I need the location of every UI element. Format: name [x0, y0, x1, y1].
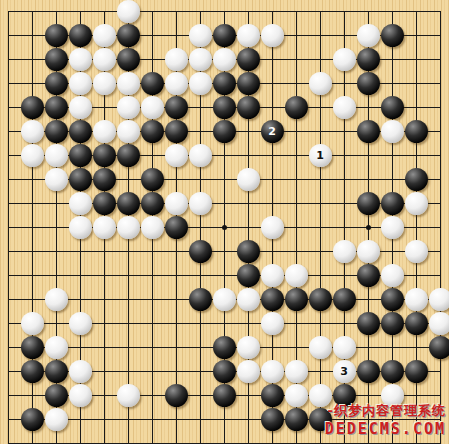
board-intersection[interactable]	[44, 215, 68, 239]
board-intersection[interactable]	[404, 311, 428, 335]
board-intersection[interactable]	[92, 215, 116, 239]
board-intersection[interactable]	[140, 119, 164, 143]
board-intersection[interactable]	[356, 335, 380, 359]
board-intersection[interactable]	[356, 215, 380, 239]
board-intersection[interactable]	[212, 23, 236, 47]
board-intersection[interactable]	[260, 71, 284, 95]
board-intersection[interactable]	[404, 407, 428, 431]
board-intersection[interactable]	[404, 143, 428, 167]
board-intersection[interactable]	[164, 119, 188, 143]
board-intersection[interactable]	[284, 359, 308, 383]
board-intersection[interactable]	[116, 23, 140, 47]
board-intersection[interactable]	[44, 431, 68, 444]
board-intersection[interactable]	[20, 215, 44, 239]
board-intersection[interactable]	[140, 311, 164, 335]
board-intersection[interactable]	[44, 359, 68, 383]
board-intersection[interactable]	[284, 23, 308, 47]
board-intersection[interactable]	[404, 239, 428, 263]
board-intersection[interactable]	[332, 335, 356, 359]
board-intersection[interactable]	[356, 407, 380, 431]
board-intersection[interactable]	[20, 239, 44, 263]
board-intersection[interactable]	[140, 287, 164, 311]
board-intersection[interactable]	[380, 383, 404, 407]
board-intersection[interactable]	[92, 23, 116, 47]
board-intersection[interactable]	[380, 239, 404, 263]
board-intersection[interactable]	[236, 263, 260, 287]
board-intersection[interactable]	[260, 311, 284, 335]
board-intersection[interactable]	[164, 431, 188, 444]
board-intersection[interactable]	[284, 119, 308, 143]
board-intersection[interactable]	[92, 383, 116, 407]
board-intersection[interactable]	[44, 191, 68, 215]
board-intersection[interactable]	[308, 407, 332, 431]
board-intersection[interactable]	[260, 239, 284, 263]
board-intersection[interactable]	[380, 23, 404, 47]
board-intersection[interactable]	[68, 119, 92, 143]
board-intersection[interactable]	[116, 119, 140, 143]
board-intersection[interactable]	[116, 95, 140, 119]
board-intersection[interactable]	[164, 263, 188, 287]
board-intersection[interactable]	[332, 71, 356, 95]
board-intersection[interactable]	[236, 119, 260, 143]
board-intersection[interactable]	[404, 23, 428, 47]
board-intersection[interactable]	[92, 311, 116, 335]
board-intersection[interactable]	[140, 383, 164, 407]
board-intersection[interactable]	[140, 23, 164, 47]
board-intersection[interactable]	[164, 359, 188, 383]
board-intersection[interactable]	[380, 0, 404, 23]
board-intersection[interactable]	[164, 71, 188, 95]
board-intersection[interactable]	[356, 383, 380, 407]
board-intersection[interactable]	[212, 383, 236, 407]
board-intersection[interactable]	[164, 167, 188, 191]
board-intersection[interactable]	[428, 407, 449, 431]
board-intersection[interactable]	[332, 287, 356, 311]
board-intersection[interactable]	[356, 167, 380, 191]
board-intersection[interactable]	[188, 95, 212, 119]
board-intersection[interactable]	[0, 47, 20, 71]
board-intersection[interactable]	[92, 95, 116, 119]
board-intersection[interactable]	[428, 263, 449, 287]
board-intersection[interactable]	[236, 71, 260, 95]
board-intersection[interactable]	[20, 191, 44, 215]
board-intersection[interactable]	[428, 95, 449, 119]
board-intersection[interactable]	[68, 287, 92, 311]
board-intersection[interactable]	[284, 47, 308, 71]
board-intersection[interactable]	[188, 287, 212, 311]
board-intersection[interactable]	[116, 239, 140, 263]
board-intersection[interactable]	[332, 311, 356, 335]
board-intersection[interactable]	[0, 0, 20, 23]
board-intersection[interactable]	[428, 0, 449, 23]
board-intersection[interactable]	[212, 335, 236, 359]
board-intersection[interactable]	[308, 95, 332, 119]
board-intersection[interactable]	[164, 23, 188, 47]
board-intersection[interactable]	[44, 407, 68, 431]
board-intersection[interactable]	[260, 215, 284, 239]
board-intersection[interactable]	[236, 0, 260, 23]
board-intersection[interactable]	[356, 359, 380, 383]
board-intersection[interactable]	[284, 431, 308, 444]
board-intersection[interactable]	[212, 143, 236, 167]
board-intersection[interactable]	[428, 167, 449, 191]
board-intersection[interactable]	[188, 383, 212, 407]
board-intersection[interactable]	[260, 23, 284, 47]
board-intersection[interactable]	[284, 95, 308, 119]
board-intersection[interactable]	[332, 119, 356, 143]
board-intersection[interactable]	[284, 143, 308, 167]
board-intersection[interactable]	[188, 119, 212, 143]
board-intersection[interactable]	[212, 215, 236, 239]
board-intersection[interactable]	[188, 71, 212, 95]
board-intersection[interactable]	[116, 0, 140, 23]
board-intersection[interactable]	[0, 167, 20, 191]
board-intersection[interactable]	[0, 215, 20, 239]
board-intersection[interactable]	[212, 119, 236, 143]
board-intersection[interactable]	[164, 407, 188, 431]
board-intersection[interactable]	[68, 215, 92, 239]
board-intersection[interactable]	[92, 167, 116, 191]
board-intersection[interactable]	[284, 287, 308, 311]
board-intersection[interactable]	[212, 431, 236, 444]
board-intersection[interactable]	[188, 311, 212, 335]
board-intersection[interactable]	[428, 335, 449, 359]
board-intersection[interactable]	[188, 431, 212, 444]
board-intersection[interactable]	[356, 95, 380, 119]
board-intersection[interactable]	[92, 335, 116, 359]
board-intersection[interactable]	[68, 407, 92, 431]
board-intersection[interactable]	[0, 311, 20, 335]
board-intersection[interactable]	[116, 47, 140, 71]
board-intersection[interactable]	[428, 191, 449, 215]
board-intersection[interactable]	[356, 239, 380, 263]
board-intersection[interactable]	[212, 407, 236, 431]
board-intersection[interactable]	[164, 335, 188, 359]
board-intersection[interactable]	[92, 71, 116, 95]
board-intersection[interactable]	[92, 47, 116, 71]
board-intersection[interactable]	[116, 383, 140, 407]
board-intersection[interactable]	[0, 263, 20, 287]
board-intersection[interactable]	[140, 167, 164, 191]
board-intersection[interactable]	[404, 95, 428, 119]
board-intersection[interactable]	[164, 383, 188, 407]
board-intersection[interactable]	[404, 335, 428, 359]
board-intersection[interactable]	[284, 167, 308, 191]
board-intersection[interactable]	[0, 143, 20, 167]
board-intersection[interactable]	[68, 239, 92, 263]
board-intersection[interactable]	[92, 143, 116, 167]
board-intersection[interactable]	[92, 239, 116, 263]
board-intersection[interactable]	[164, 191, 188, 215]
board-intersection[interactable]	[164, 239, 188, 263]
board-intersection[interactable]	[260, 0, 284, 23]
board-intersection[interactable]	[212, 95, 236, 119]
board-intersection[interactable]	[356, 0, 380, 23]
board-intersection[interactable]	[20, 23, 44, 47]
board-intersection[interactable]	[0, 23, 20, 47]
board-intersection[interactable]	[188, 263, 212, 287]
board-intersection[interactable]	[308, 71, 332, 95]
board-intersection[interactable]	[404, 167, 428, 191]
board-intersection[interactable]	[20, 263, 44, 287]
board-intersection[interactable]	[44, 287, 68, 311]
board-intersection[interactable]	[356, 191, 380, 215]
board-intersection[interactable]	[332, 191, 356, 215]
board-intersection[interactable]	[236, 407, 260, 431]
board-intersection[interactable]	[236, 431, 260, 444]
board-intersection[interactable]	[308, 119, 332, 143]
board-intersection[interactable]	[380, 431, 404, 444]
board-intersection[interactable]	[380, 287, 404, 311]
board-intersection[interactable]	[332, 95, 356, 119]
board-intersection[interactable]	[164, 143, 188, 167]
board-intersection[interactable]	[164, 0, 188, 23]
board-intersection[interactable]	[44, 311, 68, 335]
board-intersection[interactable]	[44, 119, 68, 143]
board-intersection[interactable]	[428, 383, 449, 407]
board-intersection[interactable]	[380, 47, 404, 71]
board-intersection[interactable]	[236, 359, 260, 383]
board-intersection[interactable]	[164, 215, 188, 239]
board-intersection[interactable]	[44, 143, 68, 167]
board-intersection[interactable]	[260, 407, 284, 431]
board-intersection[interactable]	[68, 47, 92, 71]
board-intersection[interactable]	[380, 143, 404, 167]
board-intersection[interactable]	[332, 407, 356, 431]
board-intersection[interactable]	[404, 119, 428, 143]
board-intersection[interactable]	[308, 263, 332, 287]
board-intersection[interactable]	[20, 119, 44, 143]
board-intersection[interactable]	[260, 143, 284, 167]
board-intersection[interactable]	[188, 215, 212, 239]
board-intersection[interactable]	[260, 431, 284, 444]
board-intersection[interactable]	[308, 431, 332, 444]
board-intersection[interactable]	[20, 95, 44, 119]
board-intersection[interactable]	[188, 359, 212, 383]
board-intersection[interactable]	[164, 95, 188, 119]
board-intersection[interactable]	[308, 23, 332, 47]
board-intersection[interactable]	[404, 0, 428, 23]
board-intersection[interactable]	[236, 287, 260, 311]
board-intersection[interactable]	[428, 23, 449, 47]
board-intersection[interactable]	[188, 167, 212, 191]
board-intersection[interactable]	[68, 311, 92, 335]
board-intersection[interactable]	[236, 47, 260, 71]
board-intersection[interactable]	[44, 239, 68, 263]
board-intersection[interactable]	[332, 263, 356, 287]
board-intersection[interactable]	[188, 239, 212, 263]
board-intersection[interactable]	[116, 359, 140, 383]
board-intersection[interactable]	[212, 359, 236, 383]
board-intersection[interactable]	[20, 71, 44, 95]
board-intersection[interactable]	[380, 215, 404, 239]
board-intersection[interactable]	[188, 407, 212, 431]
board-intersection[interactable]	[260, 47, 284, 71]
board-intersection[interactable]	[404, 263, 428, 287]
board-intersection[interactable]	[284, 263, 308, 287]
board-intersection[interactable]	[284, 407, 308, 431]
board-intersection[interactable]	[20, 407, 44, 431]
board-intersection[interactable]	[332, 23, 356, 47]
board-intersection[interactable]	[0, 95, 20, 119]
board-intersection[interactable]	[44, 0, 68, 23]
board-intersection[interactable]	[284, 311, 308, 335]
board-intersection[interactable]	[68, 383, 92, 407]
board-intersection[interactable]	[0, 431, 20, 444]
board-intersection[interactable]	[308, 383, 332, 407]
board-intersection[interactable]	[20, 359, 44, 383]
board-intersection[interactable]	[92, 407, 116, 431]
board-intersection[interactable]	[0, 407, 20, 431]
board-intersection[interactable]	[236, 23, 260, 47]
board-intersection[interactable]	[0, 119, 20, 143]
board-intersection[interactable]	[332, 383, 356, 407]
board-intersection[interactable]	[140, 263, 164, 287]
board-intersection[interactable]	[0, 335, 20, 359]
board-intersection[interactable]	[404, 191, 428, 215]
board-intersection[interactable]	[92, 287, 116, 311]
board-intersection[interactable]	[404, 359, 428, 383]
board-intersection[interactable]	[284, 191, 308, 215]
board-intersection[interactable]	[140, 143, 164, 167]
board-intersection[interactable]	[404, 47, 428, 71]
board-intersection[interactable]	[308, 0, 332, 23]
board-intersection[interactable]	[428, 71, 449, 95]
board-intersection[interactable]	[332, 215, 356, 239]
board-intersection[interactable]	[332, 0, 356, 23]
board-intersection[interactable]	[44, 335, 68, 359]
board-intersection[interactable]	[356, 71, 380, 95]
board-intersection[interactable]	[116, 167, 140, 191]
board-intersection[interactable]	[404, 431, 428, 444]
board-intersection[interactable]	[116, 143, 140, 167]
board-intersection[interactable]	[332, 47, 356, 71]
board-intersection[interactable]	[0, 239, 20, 263]
board-intersection[interactable]	[188, 23, 212, 47]
board-intersection[interactable]: 2	[260, 119, 284, 143]
board-intersection[interactable]	[236, 215, 260, 239]
board-intersection[interactable]	[68, 95, 92, 119]
board-intersection[interactable]	[356, 143, 380, 167]
board-intersection[interactable]	[140, 407, 164, 431]
board-intersection[interactable]	[44, 95, 68, 119]
board-intersection[interactable]	[44, 167, 68, 191]
board-intersection[interactable]	[140, 191, 164, 215]
board-intersection[interactable]	[356, 263, 380, 287]
board-intersection[interactable]	[236, 383, 260, 407]
board-intersection[interactable]	[284, 71, 308, 95]
board-intersection[interactable]	[92, 191, 116, 215]
board-intersection[interactable]	[308, 215, 332, 239]
board-intersection[interactable]	[332, 143, 356, 167]
board-intersection[interactable]	[428, 359, 449, 383]
board-intersection[interactable]	[284, 335, 308, 359]
board-intersection[interactable]	[212, 191, 236, 215]
board-intersection[interactable]	[116, 407, 140, 431]
board-intersection[interactable]: 1	[308, 143, 332, 167]
board-intersection[interactable]	[212, 71, 236, 95]
board-intersection[interactable]	[68, 335, 92, 359]
board-intersection[interactable]	[92, 119, 116, 143]
board-intersection[interactable]	[356, 287, 380, 311]
board-intersection[interactable]	[68, 143, 92, 167]
board-intersection[interactable]	[332, 239, 356, 263]
board-intersection[interactable]	[44, 71, 68, 95]
board-intersection[interactable]	[92, 359, 116, 383]
board-intersection[interactable]	[188, 191, 212, 215]
board-intersection[interactable]	[140, 95, 164, 119]
board-intersection[interactable]	[20, 143, 44, 167]
board-intersection[interactable]	[380, 119, 404, 143]
board-intersection[interactable]	[0, 383, 20, 407]
board-intersection[interactable]	[68, 191, 92, 215]
board-intersection[interactable]	[140, 239, 164, 263]
board-intersection[interactable]	[140, 431, 164, 444]
board-intersection[interactable]	[140, 335, 164, 359]
board-intersection[interactable]	[236, 95, 260, 119]
board-intersection[interactable]	[44, 47, 68, 71]
board-intersection[interactable]	[188, 0, 212, 23]
board-intersection[interactable]	[212, 311, 236, 335]
board-intersection[interactable]	[308, 359, 332, 383]
board-intersection[interactable]	[380, 311, 404, 335]
board-intersection[interactable]	[404, 383, 428, 407]
board-intersection[interactable]	[236, 167, 260, 191]
board-intersection[interactable]	[68, 263, 92, 287]
board-intersection[interactable]	[260, 383, 284, 407]
board-intersection[interactable]	[284, 383, 308, 407]
board-intersection[interactable]	[116, 311, 140, 335]
board-intersection[interactable]	[140, 71, 164, 95]
board-intersection[interactable]	[356, 23, 380, 47]
board-intersection[interactable]	[308, 47, 332, 71]
board-intersection[interactable]	[428, 143, 449, 167]
board-intersection[interactable]	[68, 71, 92, 95]
board-intersection[interactable]	[164, 287, 188, 311]
board-intersection[interactable]	[116, 215, 140, 239]
board-intersection[interactable]	[404, 287, 428, 311]
board-intersection[interactable]	[0, 191, 20, 215]
board-intersection[interactable]	[428, 215, 449, 239]
board-intersection[interactable]	[260, 167, 284, 191]
board-intersection[interactable]	[308, 335, 332, 359]
board-intersection[interactable]	[212, 167, 236, 191]
board-intersection[interactable]	[68, 23, 92, 47]
board-intersection[interactable]	[308, 239, 332, 263]
board-intersection[interactable]	[380, 359, 404, 383]
board-intersection[interactable]	[380, 335, 404, 359]
board-intersection[interactable]	[212, 263, 236, 287]
board-intersection[interactable]	[308, 287, 332, 311]
board-intersection[interactable]	[380, 71, 404, 95]
board-intersection[interactable]	[356, 431, 380, 444]
board-intersection[interactable]	[404, 215, 428, 239]
board-intersection[interactable]	[140, 0, 164, 23]
board-intersection[interactable]	[236, 335, 260, 359]
board-intersection[interactable]	[260, 335, 284, 359]
board-intersection[interactable]	[68, 431, 92, 444]
board-intersection[interactable]	[428, 239, 449, 263]
board-intersection[interactable]	[308, 167, 332, 191]
board-intersection[interactable]	[236, 143, 260, 167]
board-intersection[interactable]	[260, 95, 284, 119]
board-intersection[interactable]	[380, 191, 404, 215]
board-intersection[interactable]	[380, 263, 404, 287]
board-intersection[interactable]	[44, 263, 68, 287]
board-intersection[interactable]	[188, 335, 212, 359]
board-intersection[interactable]	[380, 167, 404, 191]
board-intersection[interactable]	[0, 359, 20, 383]
